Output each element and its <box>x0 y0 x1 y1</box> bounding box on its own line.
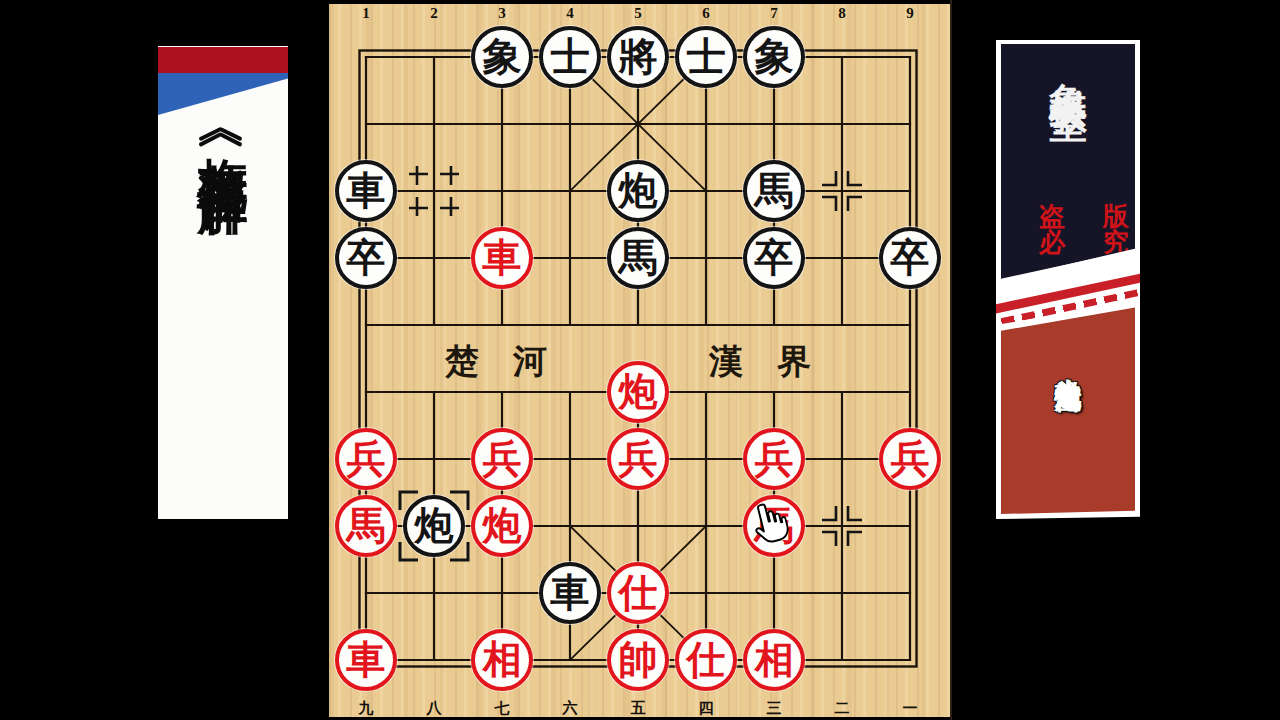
black-soldier[interactable]: 卒 <box>743 227 805 289</box>
piracy-notice-line1: 盗版 <box>1001 204 1135 230</box>
left-banner-red-bar <box>158 47 288 73</box>
black-soldier[interactable]: 卒 <box>879 227 941 289</box>
piece-character: 卒 <box>347 231 386 285</box>
piece-character: 象 <box>483 30 522 84</box>
marker-cross <box>818 502 866 550</box>
black-general[interactable]: 將 <box>607 26 669 88</box>
river-text-han-jie: 漢界 <box>709 343 845 381</box>
coordinate-label: 4 <box>536 4 604 22</box>
lesson-topic: 当头炮破过宫炮 <box>1001 357 1135 364</box>
coordinate-label: 六 <box>536 699 604 717</box>
red-general[interactable]: 帥 <box>607 629 669 691</box>
video-frame: 《梅花谱》详解 123456789 九八七六五四三二一 楚河 漢界 象士將士象車… <box>0 0 1280 720</box>
coordinate-label: 1 <box>332 4 400 22</box>
red-soldier[interactable]: 兵 <box>471 428 533 490</box>
red-chariot[interactable]: 車 <box>471 227 533 289</box>
red-elephant[interactable]: 相 <box>471 629 533 691</box>
left-banner-blue-wedge <box>158 73 288 115</box>
left-banner-title: 《梅花谱》详解 <box>158 112 288 154</box>
board[interactable]: 123456789 九八七六五四三二一 楚河 漢界 象士將士象車炮馬卒車馬卒卒炮… <box>329 0 952 720</box>
black-chariot[interactable]: 車 <box>539 562 601 624</box>
coordinate-label: 3 <box>468 4 536 22</box>
red-soldier[interactable]: 兵 <box>743 428 805 490</box>
piece-character: 車 <box>551 566 590 620</box>
right-banner-top: 象棋教室 盗版 必究 <box>996 40 1140 290</box>
black-cannon[interactable]: 炮 <box>607 160 669 222</box>
coordinate-label: 9 <box>876 4 944 22</box>
coordinate-label: 二 <box>808 699 876 717</box>
marker-square <box>406 163 462 219</box>
piece-character: 炮 <box>483 499 522 553</box>
right-banner-brick-box: 当头炮破过宫炮 <box>1001 301 1135 514</box>
piece-character: 兵 <box>755 432 794 486</box>
piece-character: 帥 <box>619 633 658 687</box>
black-elephant[interactable]: 象 <box>471 26 533 88</box>
piece-character: 炮 <box>619 365 658 419</box>
right-banner: 象棋教室 盗版 必究 当头炮破过宫炮 <box>996 40 1140 519</box>
piece-character: 相 <box>483 633 522 687</box>
piece-character: 將 <box>619 30 658 84</box>
coordinate-label: 四 <box>672 699 740 717</box>
red-soldier[interactable]: 兵 <box>879 428 941 490</box>
top-coordinates: 123456789 <box>332 4 944 22</box>
piece-character: 兵 <box>483 432 522 486</box>
coordinate-label: 九 <box>332 699 400 717</box>
coordinate-label: 7 <box>740 4 808 22</box>
black-advisor[interactable]: 士 <box>539 26 601 88</box>
black-advisor[interactable]: 士 <box>675 26 737 88</box>
piece-character: 卒 <box>755 231 794 285</box>
red-cannon[interactable]: 炮 <box>607 361 669 423</box>
river-text-chu-he: 楚河 <box>445 343 581 381</box>
piece-character: 馬 <box>347 499 386 553</box>
red-soldier[interactable]: 兵 <box>335 428 397 490</box>
piece-character: 車 <box>483 231 522 285</box>
red-cannon[interactable]: 炮 <box>471 495 533 557</box>
piece-character: 車 <box>347 633 386 687</box>
right-banner-navy-box: 象棋教室 盗版 必究 <box>1001 44 1135 286</box>
red-chariot[interactable]: 車 <box>335 629 397 691</box>
coordinate-label: 5 <box>604 4 672 22</box>
marker-cross <box>818 167 866 215</box>
coordinate-label: 七 <box>468 699 536 717</box>
black-chariot[interactable]: 車 <box>335 160 397 222</box>
coordinate-label: 八 <box>400 699 468 717</box>
piece-character: 馬 <box>619 231 658 285</box>
piracy-notice: 盗版 必究 <box>1001 204 1135 256</box>
piece-character: 炮 <box>415 499 454 553</box>
piece-character: 象 <box>755 30 794 84</box>
black-horse[interactable]: 馬 <box>743 160 805 222</box>
piece-character: 仕 <box>619 566 658 620</box>
piece-character: 兵 <box>619 432 658 486</box>
piece-character: 卒 <box>891 231 930 285</box>
piece-character: 士 <box>551 30 590 84</box>
red-advisor[interactable]: 仕 <box>607 562 669 624</box>
right-banner-bottom: 当头炮破过宫炮 <box>996 296 1140 519</box>
piece-character: 兵 <box>891 432 930 486</box>
piece-character: 士 <box>687 30 726 84</box>
red-soldier[interactable]: 兵 <box>607 428 669 490</box>
red-horse[interactable]: 馬 <box>335 495 397 557</box>
black-soldier[interactable]: 卒 <box>335 227 397 289</box>
piece-character: 兵 <box>347 432 386 486</box>
coordinate-label: 8 <box>808 4 876 22</box>
red-advisor[interactable]: 仕 <box>675 629 737 691</box>
black-horse[interactable]: 馬 <box>607 227 669 289</box>
piece-character: 相 <box>755 633 794 687</box>
piece-character: 馬 <box>755 164 794 218</box>
coordinate-label: 五 <box>604 699 672 717</box>
piece-character: 仕 <box>687 633 726 687</box>
red-elephant[interactable]: 相 <box>743 629 805 691</box>
coordinate-label: 三 <box>740 699 808 717</box>
coordinate-label: 一 <box>876 699 944 717</box>
coordinate-label: 6 <box>672 4 740 22</box>
bottom-coordinates: 九八七六五四三二一 <box>332 699 944 717</box>
black-elephant[interactable]: 象 <box>743 26 805 88</box>
black-cannon[interactable]: 炮 <box>403 495 465 557</box>
piece-character: 車 <box>347 164 386 218</box>
coordinate-label: 2 <box>400 4 468 22</box>
left-banner: 《梅花谱》详解 <box>158 46 288 519</box>
piracy-notice-line2: 必究 <box>1001 230 1135 256</box>
right-banner-school: 象棋教室 <box>1001 52 1135 80</box>
piece-character: 炮 <box>619 164 658 218</box>
